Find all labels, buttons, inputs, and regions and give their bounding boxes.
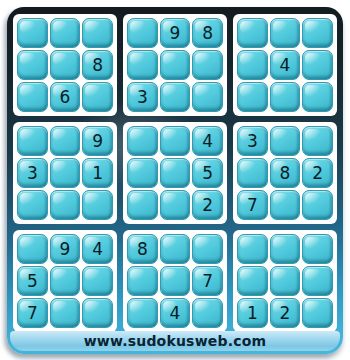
cell-r6c3[interactable]: [82, 190, 113, 220]
cell-r2c4[interactable]: [127, 50, 158, 80]
cell-r8c9[interactable]: [302, 266, 333, 296]
cell-r7c3[interactable]: 4: [82, 234, 113, 264]
cell-r7c8[interactable]: [270, 234, 301, 264]
box-1-1: 86: [13, 14, 117, 116]
cell-r4c1[interactable]: [17, 126, 48, 156]
cell-r9c1[interactable]: 7: [17, 298, 48, 328]
website-link[interactable]: www.sudokusweb.com: [84, 333, 267, 349]
cell-r9c4[interactable]: [127, 298, 158, 328]
cell-r3c3[interactable]: [82, 82, 113, 112]
cell-r2c8[interactable]: 4: [270, 50, 301, 80]
cell-r6c8[interactable]: [270, 190, 301, 220]
given-digit: 3: [27, 165, 38, 182]
box-3-3: 12: [233, 230, 337, 332]
cell-r7c1[interactable]: [17, 234, 48, 264]
cell-r2c9[interactable]: [302, 50, 333, 80]
cell-r7c2[interactable]: 9: [50, 234, 81, 264]
cell-r6c2[interactable]: [50, 190, 81, 220]
given-digit: 7: [202, 273, 213, 290]
cell-r6c7[interactable]: 7: [237, 190, 268, 220]
cell-r5c8[interactable]: 8: [270, 158, 301, 188]
given-digit: 4: [280, 57, 291, 74]
cell-r3c7[interactable]: [237, 82, 268, 112]
given-digit: 3: [247, 133, 258, 150]
cell-r4c2[interactable]: [50, 126, 81, 156]
given-digit: 1: [92, 165, 103, 182]
box-1-2: 983: [123, 14, 227, 116]
cell-r1c9[interactable]: [302, 18, 333, 48]
given-digit: 9: [60, 241, 71, 258]
given-digit: 2: [312, 165, 323, 182]
cell-r9c5[interactable]: 4: [160, 298, 191, 328]
cell-r5c6[interactable]: 5: [192, 158, 223, 188]
cell-r5c2[interactable]: [50, 158, 81, 188]
cell-r3c8[interactable]: [270, 82, 301, 112]
given-digit: 4: [170, 305, 181, 322]
cell-r6c6[interactable]: 2: [192, 190, 223, 220]
cell-r7c9[interactable]: [302, 234, 333, 264]
given-digit: 5: [202, 165, 213, 182]
cell-r2c7[interactable]: [237, 50, 268, 80]
cell-r3c9[interactable]: [302, 82, 333, 112]
sudoku-grid: 8698349314523827945787412: [13, 14, 337, 332]
cell-r8c5[interactable]: [160, 266, 191, 296]
cell-r1c8[interactable]: [270, 18, 301, 48]
cell-r4c7[interactable]: 3: [237, 126, 268, 156]
cell-r9c7[interactable]: 1: [237, 298, 268, 328]
given-digit: 9: [92, 133, 103, 150]
cell-r6c4[interactable]: [127, 190, 158, 220]
cell-r6c9[interactable]: [302, 190, 333, 220]
box-3-1: 9457: [13, 230, 117, 332]
box-2-1: 931: [13, 122, 117, 224]
cell-r1c3[interactable]: [82, 18, 113, 48]
cell-r8c1[interactable]: 5: [17, 266, 48, 296]
cell-r3c4[interactable]: 3: [127, 82, 158, 112]
cell-r1c7[interactable]: [237, 18, 268, 48]
cell-r4c9[interactable]: [302, 126, 333, 156]
cell-r9c9[interactable]: [302, 298, 333, 328]
cell-r2c5[interactable]: [160, 50, 191, 80]
box-3-2: 874: [123, 230, 227, 332]
given-digit: 8: [280, 165, 291, 182]
cell-r2c3[interactable]: 8: [82, 50, 113, 80]
box-2-3: 3827: [233, 122, 337, 224]
cell-r7c5[interactable]: [160, 234, 191, 264]
cell-r7c4[interactable]: 8: [127, 234, 158, 264]
given-digit: 7: [27, 305, 38, 322]
cell-r8c8[interactable]: [270, 266, 301, 296]
cell-r9c2[interactable]: [50, 298, 81, 328]
cell-r1c1[interactable]: [17, 18, 48, 48]
cell-r3c2[interactable]: 6: [50, 82, 81, 112]
cell-r1c2[interactable]: [50, 18, 81, 48]
box-2-2: 452: [123, 122, 227, 224]
footer-band: www.sudokusweb.com: [10, 331, 340, 351]
cell-r5c9[interactable]: 2: [302, 158, 333, 188]
cell-r9c3[interactable]: [82, 298, 113, 328]
sudoku-board-frame: 8698349314523827945787412 www.sudokusweb…: [7, 7, 343, 354]
given-digit: 4: [202, 133, 213, 150]
cell-r5c7[interactable]: [237, 158, 268, 188]
given-digit: 4: [92, 241, 103, 258]
cell-r8c6[interactable]: 7: [192, 266, 223, 296]
cell-r9c8[interactable]: 2: [270, 298, 301, 328]
cell-r5c4[interactable]: [127, 158, 158, 188]
cell-r4c5[interactable]: [160, 126, 191, 156]
given-digit: 8: [137, 241, 148, 258]
cell-r5c5[interactable]: [160, 158, 191, 188]
cell-r8c3[interactable]: [82, 266, 113, 296]
given-digit: 8: [202, 25, 213, 42]
cell-r5c1[interactable]: 3: [17, 158, 48, 188]
cell-r6c5[interactable]: [160, 190, 191, 220]
cell-r7c6[interactable]: [192, 234, 223, 264]
cell-r3c1[interactable]: [17, 82, 48, 112]
given-digit: 2: [202, 197, 213, 214]
cell-r4c3[interactable]: 9: [82, 126, 113, 156]
given-digit: 9: [170, 25, 181, 42]
given-digit: 6: [60, 89, 71, 106]
given-digit: 1: [247, 305, 258, 322]
cell-r4c4[interactable]: [127, 126, 158, 156]
cell-r8c4[interactable]: [127, 266, 158, 296]
cell-r1c6[interactable]: 8: [192, 18, 223, 48]
given-digit: 8: [92, 57, 103, 74]
cell-r4c8[interactable]: [270, 126, 301, 156]
cell-r8c2[interactable]: [50, 266, 81, 296]
cell-r1c4[interactable]: [127, 18, 158, 48]
cell-r4c6[interactable]: 4: [192, 126, 223, 156]
cell-r5c3[interactable]: 1: [82, 158, 113, 188]
given-digit: 3: [137, 89, 148, 106]
cell-r3c6[interactable]: [192, 82, 223, 112]
cell-r2c6[interactable]: [192, 50, 223, 80]
cell-r9c6[interactable]: [192, 298, 223, 328]
cell-r6c1[interactable]: [17, 190, 48, 220]
cell-r8c7[interactable]: [237, 266, 268, 296]
given-digit: 2: [280, 305, 291, 322]
cell-r1c5[interactable]: 9: [160, 18, 191, 48]
box-1-3: 4: [233, 14, 337, 116]
cell-r2c2[interactable]: [50, 50, 81, 80]
cell-r2c1[interactable]: [17, 50, 48, 80]
given-digit: 7: [247, 197, 258, 214]
given-digit: 5: [27, 273, 38, 290]
cell-r3c5[interactable]: [160, 82, 191, 112]
cell-r7c7[interactable]: [237, 234, 268, 264]
